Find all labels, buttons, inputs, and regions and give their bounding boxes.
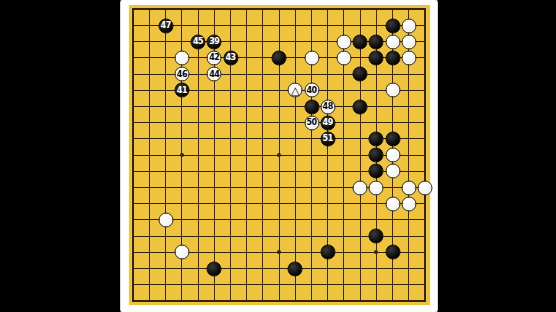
stone-white-R10[interactable]: [385, 148, 400, 163]
stone-black-P17[interactable]: [353, 34, 368, 49]
stone-black-Q11[interactable]: [369, 131, 384, 146]
stone-white-S7[interactable]: [401, 196, 416, 211]
move-number-label: 39: [209, 38, 219, 46]
stone-black-R16[interactable]: [385, 50, 400, 65]
goban-board[interactable]: 4745394243464441△4048504951: [129, 5, 430, 305]
move-number-label: 49: [323, 119, 333, 127]
star-point-Q4: [374, 250, 378, 254]
stone-white-T8[interactable]: [417, 180, 432, 195]
stone-black-R11[interactable]: [385, 131, 400, 146]
move-number-label: 42: [209, 54, 219, 62]
stone-black-F17[interactable]: 39: [207, 34, 222, 49]
stone-white-N13[interactable]: 48: [320, 99, 335, 114]
stone-black-Q17[interactable]: [369, 34, 384, 49]
stone-black-Q10[interactable]: [369, 148, 384, 163]
stone-white-S17[interactable]: [401, 34, 416, 49]
stone-black-F3[interactable]: [207, 261, 222, 276]
stone-white-S16[interactable]: [401, 50, 416, 65]
stone-white-M16[interactable]: [304, 50, 319, 65]
stone-black-R18[interactable]: [385, 18, 400, 33]
move-number-label: 46: [177, 70, 187, 78]
stone-black-N4[interactable]: [320, 245, 335, 260]
stone-white-R14[interactable]: [385, 83, 400, 98]
stone-white-D15[interactable]: 46: [174, 67, 189, 82]
star-point-K4: [277, 250, 281, 254]
stone-white-Q8[interactable]: [369, 180, 384, 195]
stone-white-R17[interactable]: [385, 34, 400, 49]
stone-white-L14[interactable]: △: [288, 83, 303, 98]
stone-white-R7[interactable]: [385, 196, 400, 211]
move-number-label: 50: [306, 119, 316, 127]
stone-black-N11[interactable]: 51: [320, 131, 335, 146]
move-number-label: 44: [209, 70, 219, 78]
stone-black-P13[interactable]: [353, 99, 368, 114]
stone-white-M12[interactable]: 50: [304, 115, 319, 130]
stone-white-R9[interactable]: [385, 164, 400, 179]
stone-white-O16[interactable]: [336, 50, 351, 65]
triangle-mark-icon: △: [291, 83, 299, 96]
star-point-D10: [180, 153, 184, 157]
board-frame: 4745394243464441△4048504951: [121, 0, 437, 312]
move-number-label: 43: [225, 54, 235, 62]
stone-black-L3[interactable]: [288, 261, 303, 276]
stone-white-D4[interactable]: [174, 245, 189, 260]
stone-white-D16[interactable]: [174, 50, 189, 65]
move-number-label: 51: [323, 135, 333, 143]
stone-white-F15[interactable]: 44: [207, 67, 222, 82]
stone-white-S18[interactable]: [401, 18, 416, 33]
stone-black-D14[interactable]: 41: [174, 83, 189, 98]
stone-black-Q5[interactable]: [369, 229, 384, 244]
star-point-K10: [277, 153, 281, 157]
stone-white-C6[interactable]: [158, 212, 173, 227]
stone-black-E17[interactable]: 45: [191, 34, 206, 49]
stone-black-P15[interactable]: [353, 67, 368, 82]
stone-white-F16[interactable]: 42: [207, 50, 222, 65]
stone-black-Q16[interactable]: [369, 50, 384, 65]
app-screen: 4745394243464441△4048504951: [0, 0, 556, 312]
stone-white-O17[interactable]: [336, 34, 351, 49]
stone-white-M14[interactable]: 40: [304, 83, 319, 98]
stone-white-P8[interactable]: [353, 180, 368, 195]
stone-black-G16[interactable]: 43: [223, 50, 238, 65]
move-number-label: 41: [177, 86, 187, 94]
move-number-label: 48: [323, 103, 333, 111]
move-number-label: 40: [306, 86, 316, 94]
stone-white-S8[interactable]: [401, 180, 416, 195]
stone-black-M13[interactable]: [304, 99, 319, 114]
stone-black-Q9[interactable]: [369, 164, 384, 179]
stone-black-N12[interactable]: 49: [320, 115, 335, 130]
stone-black-R4[interactable]: [385, 245, 400, 260]
move-number-label: 47: [161, 22, 171, 30]
stone-black-K16[interactable]: [272, 50, 287, 65]
move-number-label: 45: [193, 38, 203, 46]
stone-black-C18[interactable]: 47: [158, 18, 173, 33]
